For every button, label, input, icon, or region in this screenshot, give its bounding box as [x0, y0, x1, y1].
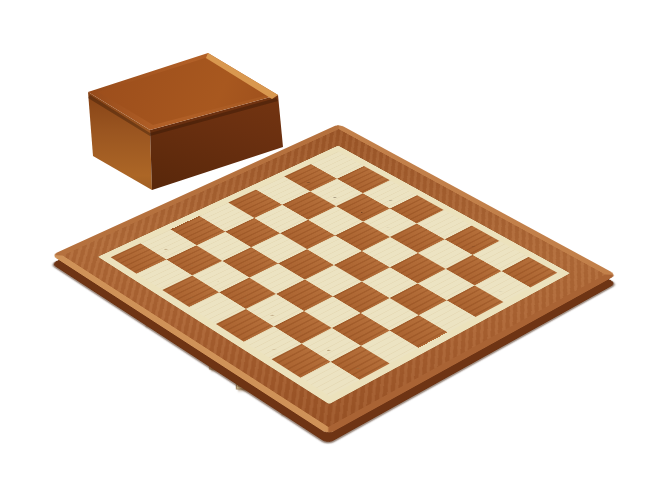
- piece-wB-f1[interactable]: ♝: [255, 343, 286, 344]
- piece-bB-c8[interactable]: ♝: [374, 195, 402, 196]
- piece-wP-d2[interactable]: ♟: [230, 294, 260, 295]
- photo-scene: ♜♞♝♛♚♝♞♜♟♟♟♟♟♟♟♟♟♟♟♟♟♟♟♟♜♞♝♛♚♝♞♜: [0, 0, 652, 489]
- piece-bN-b8[interactable]: ♞: [347, 180, 375, 181]
- storage-box: [85, 48, 300, 198]
- piece-bR-a8[interactable]: ♜: [322, 165, 349, 166]
- piece-wP-f2[interactable]: ♟: [285, 328, 315, 329]
- piece-wN-b1[interactable]: ♞: [147, 275, 176, 276]
- piece-bQ-d8[interactable]: ♛: [401, 210, 429, 211]
- piece-bP-h7[interactable]: ♟: [486, 287, 515, 288]
- piece-bP-f7[interactable]: ♟: [429, 254, 458, 255]
- piece-wP-h2[interactable]: ♟: [342, 363, 373, 364]
- piece-wK-e1[interactable]: ♚: [227, 326, 257, 327]
- piece-wP-b2[interactable]: ♟: [177, 261, 206, 262]
- piece-bP-c7[interactable]: ♟: [347, 208, 375, 209]
- piece-bP-e7[interactable]: ♟: [401, 239, 430, 240]
- piece-wQ-d1[interactable]: ♛: [200, 309, 230, 310]
- piece-bR-h8[interactable]: ♜: [513, 272, 542, 273]
- piece-bP-d7[interactable]: ♟: [373, 223, 401, 224]
- piece-wP-e2[interactable]: ♟: [258, 311, 288, 312]
- piece-wP-c2[interactable]: ♟: [204, 277, 233, 278]
- piece-wB-c1[interactable]: ♝: [173, 292, 203, 293]
- piece-bK-e8[interactable]: ♚: [428, 225, 456, 226]
- piece-wN-g1[interactable]: ♞: [283, 361, 314, 362]
- piece-wR-h1[interactable]: ♜: [312, 379, 343, 380]
- piece-bP-b7[interactable]: ♟: [320, 193, 348, 194]
